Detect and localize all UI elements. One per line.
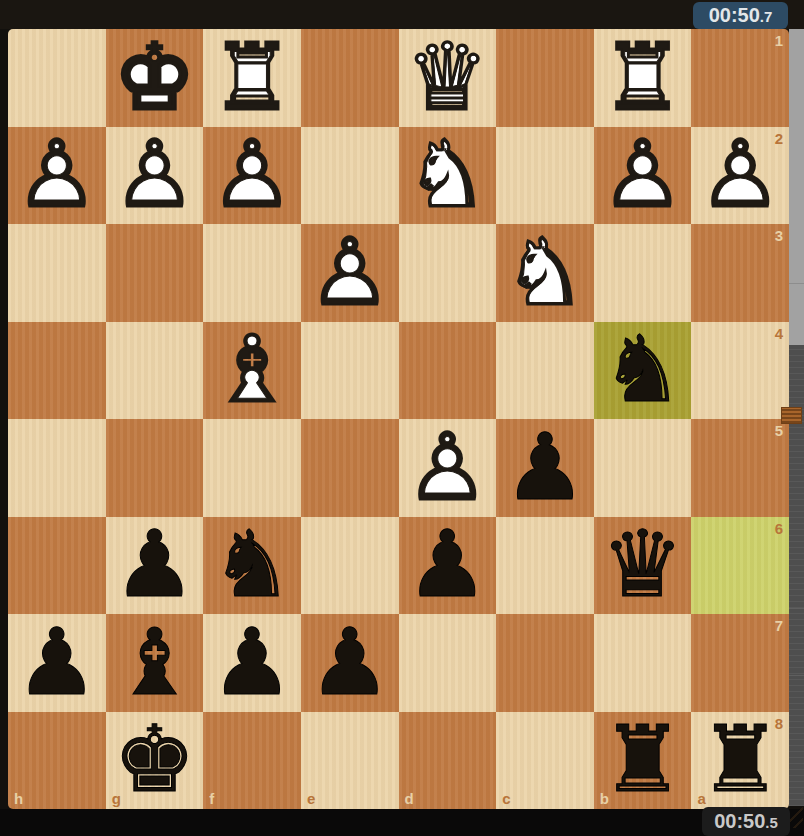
black-bishop: ♝	[106, 614, 204, 712]
square-g4[interactable]	[106, 322, 204, 420]
white-pawn: ♟♙	[8, 127, 106, 225]
white-pawn: ♟♙	[691, 127, 789, 225]
square-g5[interactable]	[106, 419, 204, 517]
square-g6[interactable]: ♟	[106, 517, 204, 615]
square-b3[interactable]	[594, 224, 692, 322]
square-g1[interactable]: ♚♔	[106, 29, 204, 127]
white-pawn: ♟♙	[594, 127, 692, 225]
white-pawn: ♟♙	[399, 419, 497, 517]
black-pawn: ♟	[8, 614, 106, 712]
square-c4[interactable]	[496, 322, 594, 420]
square-c5[interactable]: ♟	[496, 419, 594, 517]
square-b8[interactable]: ♜b	[594, 712, 692, 810]
black-queen: ♛	[594, 517, 692, 615]
player-clock-tenths: .5	[765, 814, 778, 831]
square-g3[interactable]	[106, 224, 204, 322]
white-pawn: ♟♙	[106, 127, 204, 225]
square-d8[interactable]: d	[399, 712, 497, 810]
square-f7[interactable]: ♟	[203, 614, 301, 712]
rank-label-6: 6	[775, 520, 783, 537]
square-a3[interactable]: 3	[691, 224, 789, 322]
opponent-clock-time: 00:50	[709, 4, 760, 26]
square-g2[interactable]: ♟♙	[106, 127, 204, 225]
square-f6[interactable]: ♞	[203, 517, 301, 615]
rank-label-5: 5	[775, 422, 783, 439]
square-h6[interactable]	[8, 517, 106, 615]
file-label-h: h	[14, 790, 23, 807]
square-e3[interactable]: ♟♙	[301, 224, 399, 322]
file-label-d: d	[405, 790, 414, 807]
square-e7[interactable]: ♟	[301, 614, 399, 712]
scrollbar-divider	[789, 608, 804, 609]
black-pawn: ♟	[496, 419, 594, 517]
chess-board: ♚♔♜♖♛♕♜♖1♟♙♟♙♟♙♞♘♟♙♟♙2♟♙♞♘3♝♗♞4♟♙♟5♟♞♟♛6…	[8, 29, 789, 809]
black-king: ♚	[106, 712, 204, 810]
white-king: ♚♔	[106, 29, 204, 127]
square-a2[interactable]: ♟♙2	[691, 127, 789, 225]
right-scrollbar-track[interactable]	[789, 29, 804, 345]
square-f1[interactable]: ♜♖	[203, 29, 301, 127]
white-rook: ♜♖	[203, 29, 301, 127]
square-b4[interactable]: ♞	[594, 322, 692, 420]
square-b7[interactable]	[594, 614, 692, 712]
square-d2[interactable]: ♞♘	[399, 127, 497, 225]
square-d5[interactable]: ♟♙	[399, 419, 497, 517]
rank-label-3: 3	[775, 227, 783, 244]
black-knight: ♞	[594, 322, 692, 420]
square-e4[interactable]	[301, 322, 399, 420]
square-a5[interactable]: 5	[691, 419, 789, 517]
square-d3[interactable]	[399, 224, 497, 322]
white-rook: ♜♖	[594, 29, 692, 127]
file-label-f: f	[209, 790, 214, 807]
rank-label-4: 4	[775, 325, 783, 342]
file-label-e: e	[307, 790, 315, 807]
square-c7[interactable]	[496, 614, 594, 712]
square-c6[interactable]	[496, 517, 594, 615]
opponent-clock: 00:50.7	[693, 2, 788, 29]
square-a6[interactable]: 6	[691, 517, 789, 615]
square-g8[interactable]: ♚g	[106, 712, 204, 810]
square-f2[interactable]: ♟♙	[203, 127, 301, 225]
square-b2[interactable]: ♟♙	[594, 127, 692, 225]
black-rook: ♜	[594, 712, 692, 810]
square-c2[interactable]	[496, 127, 594, 225]
square-a4[interactable]: 4	[691, 322, 789, 420]
square-f8[interactable]: f	[203, 712, 301, 810]
square-h3[interactable]	[8, 224, 106, 322]
square-h5[interactable]	[8, 419, 106, 517]
white-queen: ♛♕	[399, 29, 497, 127]
square-c3[interactable]: ♞♘	[496, 224, 594, 322]
square-d1[interactable]: ♛♕	[399, 29, 497, 127]
opponent-clock-tenths: .7	[760, 8, 773, 25]
white-pawn: ♟♙	[203, 127, 301, 225]
black-pawn: ♟	[106, 517, 204, 615]
chess-app-window: ♚♔♜♖♛♕♜♖1♟♙♟♙♟♙♞♘♟♙♟♙2♟♙♞♘3♝♗♞4♟♙♟5♟♞♟♛6…	[0, 0, 804, 836]
square-h4[interactable]	[8, 322, 106, 420]
white-knight: ♞♘	[496, 224, 594, 322]
square-c8[interactable]: c	[496, 712, 594, 810]
square-b5[interactable]	[594, 419, 692, 517]
square-c1[interactable]	[496, 29, 594, 127]
player-clock-time: 00:50	[714, 810, 765, 832]
white-pawn: ♟♙	[301, 224, 399, 322]
square-d7[interactable]	[399, 614, 497, 712]
square-h8[interactable]: h	[8, 712, 106, 810]
square-a8[interactable]: ♜8a	[691, 712, 789, 810]
square-a7[interactable]: 7	[691, 614, 789, 712]
black-pawn: ♟	[301, 614, 399, 712]
board-edge-marker-icon	[781, 407, 802, 424]
square-g7[interactable]: ♝	[106, 614, 204, 712]
player-clock: 00:50.5	[702, 807, 790, 836]
file-label-c: c	[502, 790, 510, 807]
black-rook: ♜	[691, 712, 789, 810]
top-bar	[0, 0, 804, 29]
square-a1[interactable]: 1	[691, 29, 789, 127]
square-f5[interactable]	[203, 419, 301, 517]
black-pawn: ♟	[203, 614, 301, 712]
square-d4[interactable]	[399, 322, 497, 420]
rank-label-7: 7	[775, 617, 783, 634]
square-f3[interactable]	[203, 224, 301, 322]
rank-label-1: 1	[775, 32, 783, 49]
square-b6[interactable]: ♛	[594, 517, 692, 615]
white-bishop: ♝♗	[203, 322, 301, 420]
square-e5[interactable]	[301, 419, 399, 517]
white-knight: ♞♘	[399, 127, 497, 225]
square-h1[interactable]	[8, 29, 106, 127]
square-d6[interactable]: ♟	[399, 517, 497, 615]
bottom-bar	[0, 809, 804, 836]
square-b1[interactable]: ♜♖	[594, 29, 692, 127]
square-e8[interactable]: e	[301, 712, 399, 810]
scrollbar-divider	[789, 283, 804, 284]
square-h7[interactable]: ♟	[8, 614, 106, 712]
scrollbar-divider	[789, 675, 804, 676]
square-e1[interactable]	[301, 29, 399, 127]
square-f4[interactable]: ♝♗	[203, 322, 301, 420]
square-h2[interactable]: ♟♙	[8, 127, 106, 225]
square-e2[interactable]	[301, 127, 399, 225]
black-pawn: ♟	[399, 517, 497, 615]
square-e6[interactable]	[301, 517, 399, 615]
black-knight: ♞	[203, 517, 301, 615]
